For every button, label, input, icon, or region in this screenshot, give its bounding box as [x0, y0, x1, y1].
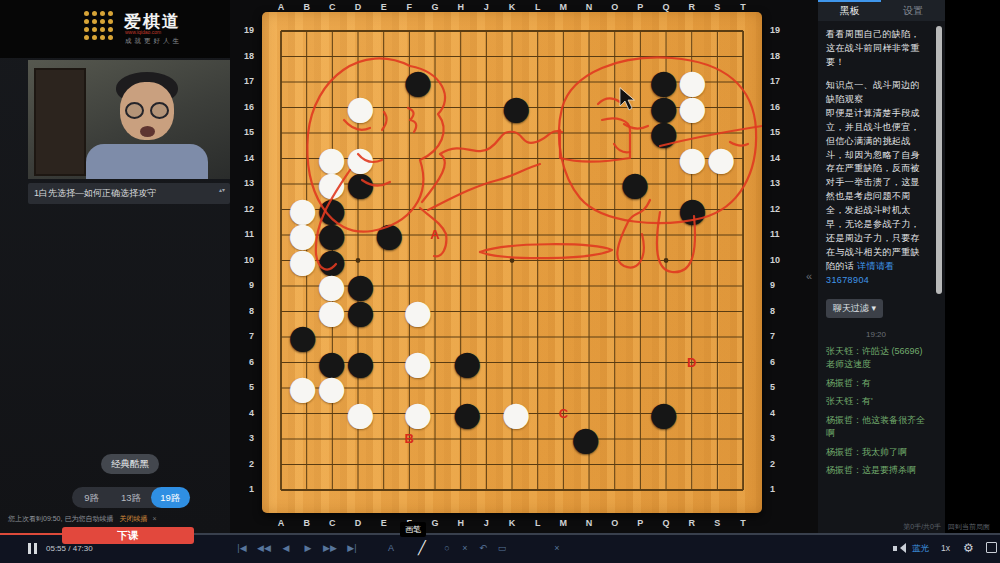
row-label-1: 1: [770, 484, 788, 494]
col-label-Q: Q: [657, 2, 675, 12]
col-label-S: S: [708, 2, 726, 12]
row-label-3: 3: [770, 433, 788, 443]
col-label-P: P: [631, 518, 649, 528]
resume-cancel-link[interactable]: 关闭续播: [119, 515, 147, 522]
glasses-icon: [150, 102, 169, 119]
chat-message: 杨振哲：这是要搏杀啊: [826, 464, 926, 478]
board-size-button-19路[interactable]: 19路: [151, 487, 190, 508]
circle-tool-icon[interactable]: ○: [438, 539, 456, 557]
col-label-Q: Q: [657, 518, 675, 528]
row-label-3: 3: [236, 433, 254, 443]
dropdown-caret-icon: ▴▾: [219, 187, 225, 193]
pause-button[interactable]: [28, 543, 38, 554]
row-label-6: 6: [770, 357, 788, 367]
lesson-dropdown[interactable]: 1白先选择—如何正确选择攻守 ▴▾: [28, 183, 230, 204]
go-board[interactable]: ●●●●●●●●●●●●●●●●●●●●●●●●●●●●●●●●●●●●●●●●…: [262, 12, 762, 513]
col-label-C: C: [323, 2, 341, 12]
col-label-M: M: [554, 2, 572, 12]
nav-back-fast-icon[interactable]: ◀◀: [255, 539, 273, 557]
nav-back-icon[interactable]: ◀: [277, 539, 295, 557]
row-label-6: 6: [236, 357, 254, 367]
col-label-J: J: [477, 518, 495, 528]
row-label-12: 12: [770, 204, 788, 214]
nav-forward-icon[interactable]: ▶: [299, 539, 317, 557]
col-label-R: R: [683, 518, 701, 528]
step-info-text: 第0手/共0手 回到当前局面: [903, 522, 990, 532]
pen-tool-icon[interactable]: ╱: [413, 539, 431, 557]
gear-icon[interactable]: ⚙: [963, 540, 974, 556]
row-label-2: 2: [770, 459, 788, 469]
tab-blackboard[interactable]: 黑板: [818, 0, 882, 21]
board-size-button-9路[interactable]: 9路: [72, 487, 111, 508]
col-label-S: S: [708, 518, 726, 528]
tab-settings[interactable]: 设置: [882, 0, 946, 21]
col-label-N: N: [580, 2, 598, 12]
board-size-button-13路[interactable]: 13路: [111, 487, 150, 508]
col-label-O: O: [606, 2, 624, 12]
row-label-5: 5: [770, 382, 788, 392]
col-label-J: J: [477, 2, 495, 12]
col-label-B: B: [298, 2, 316, 12]
row-label-17: 17: [236, 76, 254, 86]
red-letter-mark-D: D: [679, 350, 705, 376]
row-label-16: 16: [770, 102, 788, 112]
brand-url: www.iqidao.com: [125, 29, 225, 35]
chat-message: 张天钰：许皓达 (56696) 老师这速度: [826, 345, 926, 372]
nav-forward-fast-icon[interactable]: ▶▶: [321, 539, 339, 557]
erase-tool-icon[interactable]: ×: [456, 539, 474, 557]
board-size-segment: 9路13路19路: [72, 487, 190, 508]
chat-filter-button[interactable]: 聊天过滤 ▾: [826, 299, 883, 318]
collapse-chat-icon[interactable]: «: [806, 270, 812, 282]
row-label-18: 18: [236, 51, 254, 61]
row-label-19: 19: [770, 25, 788, 35]
fullscreen-icon[interactable]: [986, 542, 997, 553]
col-label-T: T: [734, 2, 752, 12]
row-label-15: 15: [236, 127, 254, 137]
col-label-K: K: [503, 2, 521, 12]
lesson-dropdown-value: 1白先选择—如何正确选择攻守: [34, 188, 156, 198]
text-tool-icon[interactable]: A: [382, 539, 400, 557]
teacher-shirt: [86, 144, 208, 179]
chat-message-list: 张天钰：许皓达 (56696) 老师这速度杨振哲：有张天钰：有'杨振哲：他这装备…: [826, 345, 926, 478]
col-label-C: C: [323, 518, 341, 528]
col-label-P: P: [631, 2, 649, 12]
teacher-mouth: [140, 126, 155, 137]
col-label-L: L: [529, 2, 547, 12]
chat-tab-bar: 黑板 设置: [818, 0, 945, 21]
col-label-D: D: [349, 2, 367, 12]
col-label-H: H: [452, 2, 470, 12]
brand-tagline: 成就更好人生: [125, 37, 225, 46]
row-label-13: 13: [236, 178, 254, 188]
chat-message: 张天钰：有': [826, 395, 926, 409]
col-label-G: G: [426, 2, 444, 12]
col-label-M: M: [554, 518, 572, 528]
row-label-7: 7: [770, 331, 788, 341]
row-label-10: 10: [770, 255, 788, 265]
close-notice-icon[interactable]: ×: [152, 515, 156, 522]
row-label-2: 2: [236, 459, 254, 469]
quality-button[interactable]: 蓝光: [912, 542, 929, 555]
lecture-paragraph-body: 即便是计算清楚手段成立，并且战斗也便宜，但信心满满的挑起战斗，却因为忽略了自身存…: [826, 108, 920, 271]
col-label-A: A: [272, 2, 290, 12]
row-label-4: 4: [770, 408, 788, 418]
row-label-12: 12: [236, 204, 254, 214]
col-label-N: N: [580, 518, 598, 528]
row-label-8: 8: [770, 306, 788, 316]
row-label-11: 11: [770, 229, 788, 239]
board-tool-icon[interactable]: ▭: [493, 539, 511, 557]
row-label-15: 15: [770, 127, 788, 137]
col-label-E: E: [375, 518, 393, 528]
row-label-8: 8: [236, 306, 254, 316]
chat-body: 看看周围自己的缺陷，这在战斗前同样非常重要！ 知识点一、战斗周边的缺陷观察 即便…: [818, 24, 930, 483]
lecture-paragraph: 看看周围自己的缺陷，这在战斗前同样非常重要！: [826, 28, 926, 70]
chat-scrollbar[interactable]: [936, 26, 942, 294]
lecture-paragraph: 知识点一、战斗周边的缺陷观察 即便是计算清楚手段成立，并且战斗也便宜，但信心满满…: [826, 79, 926, 288]
logo-bar: 爱棋道 www.iqidao.com 成就更好人生: [0, 0, 230, 58]
active-tab-indicator: [818, 0, 881, 2]
row-label-7: 7: [236, 331, 254, 341]
left-sidebar: 爱棋道 www.iqidao.com 成就更好人生 1白先选择—如何正确选择攻守…: [0, 0, 230, 533]
nav-last-icon[interactable]: ▶|: [343, 539, 361, 557]
close-tool-icon[interactable]: ×: [548, 539, 566, 557]
chat-timestamp: 19:20: [826, 330, 926, 339]
row-label-1: 1: [236, 484, 254, 494]
row-label-16: 16: [236, 102, 254, 112]
row-label-14: 14: [770, 153, 788, 163]
col-label-R: R: [683, 2, 701, 12]
row-label-11: 11: [236, 229, 254, 239]
nav-first-icon[interactable]: |◀: [233, 539, 251, 557]
col-label-T: T: [734, 518, 752, 528]
pen-tooltip: 画笔: [400, 522, 426, 537]
background-door: [34, 68, 86, 176]
col-label-O: O: [606, 518, 624, 528]
col-label-H: H: [452, 518, 470, 528]
red-letter-mark-A: A: [422, 222, 448, 248]
col-label-D: D: [349, 518, 367, 528]
row-label-9: 9: [236, 280, 254, 290]
resume-notice-text: 您上次看到09:50, 已为您自动续播: [8, 515, 113, 522]
chat-message: 杨振哲：我太帅了啊: [826, 446, 926, 460]
resume-notice: 您上次看到09:50, 已为您自动续播关闭续播×: [8, 514, 228, 524]
row-label-13: 13: [770, 178, 788, 188]
col-label-F: F: [400, 2, 418, 12]
go-board-panel: ●●●●●●●●●●●●●●●●●●●●●●●●●●●●●●●●●●●●●●●●…: [230, 0, 818, 533]
undo-tool-icon[interactable]: ↶: [474, 539, 492, 557]
row-label-4: 4: [236, 408, 254, 418]
logo-dots-icon: [82, 9, 114, 41]
chat-message: 杨振哲：有: [826, 377, 926, 391]
time-label: 05:55 / 47:30: [46, 543, 93, 554]
chat-panel: 黑板 设置 看看周围自己的缺陷，这在战斗前同样非常重要！ 知识点一、战斗周边的缺…: [818, 0, 945, 533]
row-label-9: 9: [770, 280, 788, 290]
row-label-14: 14: [236, 153, 254, 163]
app-window: 爱棋道 www.iqidao.com 成就更好人生 1白先选择—如何正确选择攻守…: [0, 0, 1000, 563]
volume-icon[interactable]: [893, 543, 906, 554]
theme-button[interactable]: 经典酷黑: [101, 454, 159, 474]
red-letter-mark-C: C: [551, 401, 577, 427]
row-label-18: 18: [770, 51, 788, 61]
glasses-icon: [125, 102, 144, 119]
col-label-K: K: [503, 518, 521, 528]
col-label-G: G: [426, 518, 444, 528]
teacher-webcam-video[interactable]: [28, 60, 230, 179]
row-label-10: 10: [236, 255, 254, 265]
col-label-A: A: [272, 518, 290, 528]
speed-button[interactable]: 1x: [941, 542, 950, 555]
row-label-19: 19: [236, 25, 254, 35]
col-label-E: E: [375, 2, 393, 12]
row-label-17: 17: [770, 76, 788, 86]
red-letter-mark-B: B: [396, 426, 422, 452]
letter-marks-layer: ABCD: [268, 18, 756, 503]
col-label-B: B: [298, 518, 316, 528]
row-label-5: 5: [236, 382, 254, 392]
col-label-L: L: [529, 518, 547, 528]
chat-message: 杨振哲：他这装备很齐全啊: [826, 414, 926, 441]
end-class-button[interactable]: 下课: [62, 527, 194, 544]
